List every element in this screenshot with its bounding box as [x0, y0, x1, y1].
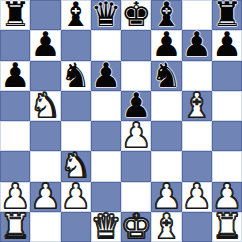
square-b8[interactable] — [30, 0, 60, 30]
square-b7[interactable]: ♟ — [30, 30, 60, 60]
square-f1[interactable]: ♝ — [151, 212, 181, 242]
square-d5[interactable] — [91, 91, 121, 121]
piece-white-bishop[interactable]: ♝ — [182, 91, 212, 121]
square-d8[interactable]: ♛ — [91, 0, 121, 30]
square-a4[interactable] — [0, 121, 30, 151]
piece-black-pawn[interactable]: ♟ — [0, 61, 30, 91]
square-h1[interactable]: ♜ — [212, 212, 242, 242]
square-c1[interactable] — [61, 212, 91, 242]
square-c8[interactable]: ♝ — [61, 0, 91, 30]
square-a8[interactable]: ♜ — [0, 0, 30, 30]
square-c3[interactable]: ♞ — [61, 151, 91, 181]
square-a1[interactable]: ♜ — [0, 212, 30, 242]
piece-black-knight[interactable]: ♞ — [61, 61, 91, 91]
piece-white-knight[interactable]: ♞ — [61, 151, 91, 181]
square-e5[interactable]: ♟ — [121, 91, 151, 121]
piece-black-queen[interactable]: ♛ — [91, 0, 121, 30]
piece-white-king[interactable]: ♚ — [121, 212, 151, 242]
square-f3[interactable] — [151, 151, 181, 181]
square-g3[interactable] — [182, 151, 212, 181]
square-a7[interactable] — [0, 30, 30, 60]
square-h3[interactable] — [212, 151, 242, 181]
square-d3[interactable] — [91, 151, 121, 181]
square-f8[interactable]: ♝ — [151, 0, 181, 30]
piece-white-pawn[interactable]: ♟ — [61, 182, 91, 212]
piece-black-knight[interactable]: ♞ — [151, 61, 181, 91]
square-d7[interactable] — [91, 30, 121, 60]
piece-white-rook[interactable]: ♜ — [0, 212, 30, 242]
square-h7[interactable]: ♟ — [212, 30, 242, 60]
square-b4[interactable] — [30, 121, 60, 151]
square-b6[interactable] — [30, 61, 60, 91]
square-h4[interactable] — [212, 121, 242, 151]
square-b3[interactable] — [30, 151, 60, 181]
piece-black-pawn[interactable]: ♟ — [212, 30, 242, 60]
square-g2[interactable]: ♟ — [182, 182, 212, 212]
square-g8[interactable] — [182, 0, 212, 30]
square-h8[interactable]: ♜ — [212, 0, 242, 30]
piece-white-pawn[interactable]: ♟ — [30, 182, 60, 212]
square-h5[interactable] — [212, 91, 242, 121]
square-b5[interactable]: ♞ — [30, 91, 60, 121]
square-e1[interactable]: ♚ — [121, 212, 151, 242]
piece-white-pawn[interactable]: ♟ — [212, 182, 242, 212]
piece-black-pawn[interactable]: ♟ — [30, 30, 60, 60]
square-a6[interactable]: ♟ — [0, 61, 30, 91]
square-e4[interactable]: ♟ — [121, 121, 151, 151]
square-d1[interactable]: ♛ — [91, 212, 121, 242]
square-f7[interactable]: ♟ — [151, 30, 181, 60]
square-f4[interactable] — [151, 121, 181, 151]
piece-white-bishop[interactable]: ♝ — [151, 212, 181, 242]
piece-black-rook[interactable]: ♜ — [0, 0, 30, 30]
square-c6[interactable]: ♞ — [61, 61, 91, 91]
square-e2[interactable] — [121, 182, 151, 212]
square-h2[interactable]: ♟ — [212, 182, 242, 212]
square-g5[interactable]: ♝ — [182, 91, 212, 121]
square-f5[interactable] — [151, 91, 181, 121]
piece-white-pawn[interactable]: ♟ — [182, 182, 212, 212]
piece-black-pawn[interactable]: ♟ — [151, 30, 181, 60]
piece-white-queen[interactable]: ♛ — [91, 212, 121, 242]
square-b2[interactable]: ♟ — [30, 182, 60, 212]
square-b1[interactable] — [30, 212, 60, 242]
square-a3[interactable] — [0, 151, 30, 181]
square-g6[interactable] — [182, 61, 212, 91]
piece-white-knight[interactable]: ♞ — [30, 91, 60, 121]
piece-black-pawn[interactable]: ♟ — [91, 61, 121, 91]
square-a2[interactable]: ♟ — [0, 182, 30, 212]
piece-black-bishop[interactable]: ♝ — [151, 0, 181, 30]
square-c2[interactable]: ♟ — [61, 182, 91, 212]
square-g4[interactable] — [182, 121, 212, 151]
piece-black-pawn[interactable]: ♟ — [182, 30, 212, 60]
square-e3[interactable] — [121, 151, 151, 181]
piece-black-pawn[interactable]: ♟ — [121, 91, 151, 121]
square-d4[interactable] — [91, 121, 121, 151]
piece-white-rook[interactable]: ♜ — [212, 212, 242, 242]
piece-black-bishop[interactable]: ♝ — [61, 0, 91, 30]
square-h6[interactable] — [212, 61, 242, 91]
piece-white-pawn[interactable]: ♟ — [121, 121, 151, 151]
piece-black-rook[interactable]: ♜ — [212, 0, 242, 30]
square-e7[interactable] — [121, 30, 151, 60]
piece-black-king[interactable]: ♚ — [121, 0, 151, 30]
square-c4[interactable] — [61, 121, 91, 151]
chess-board: ♜♝♛♚♝♜♟♟♟♟♟♞♟♞♞♟♝♟♞♟♟♟♟♟♟♜♛♚♝♜ — [0, 0, 242, 242]
square-f6[interactable]: ♞ — [151, 61, 181, 91]
square-g7[interactable]: ♟ — [182, 30, 212, 60]
square-c7[interactable] — [61, 30, 91, 60]
square-f2[interactable]: ♟ — [151, 182, 181, 212]
square-a5[interactable] — [0, 91, 30, 121]
piece-white-pawn[interactable]: ♟ — [151, 182, 181, 212]
square-e8[interactable]: ♚ — [121, 0, 151, 30]
square-g1[interactable] — [182, 212, 212, 242]
square-d6[interactable]: ♟ — [91, 61, 121, 91]
square-d2[interactable] — [91, 182, 121, 212]
square-c5[interactable] — [61, 91, 91, 121]
square-e6[interactable] — [121, 61, 151, 91]
piece-white-pawn[interactable]: ♟ — [0, 182, 30, 212]
